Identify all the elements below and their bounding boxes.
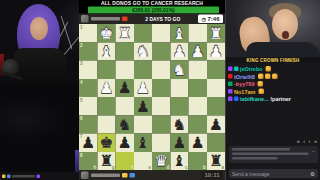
pinned-text-blur <box>232 153 308 156</box>
square-e6[interactable] <box>134 115 152 133</box>
black-pawn-c7: ♟ <box>170 134 188 152</box>
left-desk-panel <box>0 83 79 172</box>
clock-icon: ◷ <box>202 16 206 22</box>
chat-username[interactable]: tabifkane... <box>240 96 269 102</box>
square-b4[interactable] <box>189 79 207 97</box>
square-a6[interactable]: ♟ <box>207 115 225 133</box>
square-h5[interactable]: 5 <box>79 97 97 115</box>
chat-emote-icon <box>258 89 264 95</box>
square-c5[interactable] <box>170 97 188 115</box>
square-d7[interactable] <box>152 134 170 152</box>
chat-badge-icon <box>234 67 239 72</box>
flag-chip <box>122 173 128 178</box>
square-d4[interactable] <box>152 79 170 97</box>
square-g1[interactable]: ♚ <box>97 24 115 42</box>
right-webcam <box>226 0 320 57</box>
file-label: h <box>94 165 97 170</box>
rank-label: 8 <box>80 152 83 157</box>
chat-username[interactable]: -byy789 <box>234 81 254 87</box>
stream-layout: ALL DONOS GO TO CANCER RESEARCH €285.01 … <box>0 0 320 180</box>
black-knight-c6: ♞ <box>170 115 188 133</box>
square-d2[interactable] <box>152 42 170 60</box>
square-g8[interactable]: g♜ <box>97 152 115 170</box>
chat-emote-icon <box>265 74 271 80</box>
square-a7[interactable] <box>207 134 225 152</box>
square-a2[interactable]: ♟ <box>207 42 225 60</box>
chat-badge-icon <box>234 97 239 102</box>
donation-progress-bar: €285.01 (285.01%) <box>88 7 219 14</box>
white-king-g1: ♚ <box>97 24 115 42</box>
square-c7[interactable]: ♟ <box>170 134 188 152</box>
chat-badge-icon <box>228 89 233 94</box>
guest-mouth <box>282 31 289 39</box>
chat-input[interactable]: Send a message ⚙ <box>229 169 318 178</box>
white-pawn-c2: ♟ <box>170 42 188 60</box>
square-b7[interactable]: ♟ <box>189 134 207 152</box>
square-f7[interactable]: ♟ <box>116 134 134 152</box>
black-pawn-e5: ♟ <box>134 97 152 115</box>
black-knight-f6: ♞ <box>116 115 134 133</box>
pinned-text-blur <box>232 148 290 151</box>
chat-username[interactable]: No17am <box>234 88 255 94</box>
square-e3[interactable] <box>134 61 152 79</box>
white-pawn-e4: ♟ <box>134 79 152 97</box>
black-pawn-b7: ♟ <box>189 134 207 152</box>
rank-label: 3 <box>80 61 83 66</box>
square-e2[interactable]: ♞ <box>134 42 152 60</box>
flag-chip <box>130 173 136 178</box>
black-rook-a8: ♜ <box>207 152 225 170</box>
black-pawn-a6: ♟ <box>207 115 225 133</box>
square-e5[interactable]: ♟ <box>134 97 152 115</box>
square-b5[interactable] <box>189 97 207 115</box>
square-a5[interactable] <box>207 97 225 115</box>
square-g5[interactable] <box>97 97 115 115</box>
square-a3[interactable] <box>207 61 225 79</box>
white-clock-time: 7:46 <box>207 15 219 22</box>
expand-chevron-icon[interactable]: ⌄ <box>311 148 315 154</box>
square-g7[interactable]: ♚ <box>97 134 115 152</box>
chat-badge-icon <box>228 97 233 102</box>
rank-label: 5 <box>80 98 83 103</box>
square-b3[interactable] <box>189 61 207 79</box>
white-pawn-b2: ♟ <box>189 42 207 60</box>
chat-emote-icon <box>272 74 278 80</box>
chat-emote-icon <box>258 74 264 80</box>
black-pawn-h7: ♟ <box>79 134 97 152</box>
black-pawn-f7: ♟ <box>116 134 134 152</box>
chat-message: tOrtelli8 <box>228 73 319 81</box>
ticker-text-blur <box>12 175 35 178</box>
webcam-caption: KING CROWN FINNISH <box>226 57 320 63</box>
square-f8[interactable]: f <box>116 152 134 170</box>
square-c1[interactable]: ♝ <box>170 24 188 42</box>
streamer-face <box>30 17 48 40</box>
guest-hoodie <box>246 42 320 57</box>
chat-badge-icon <box>228 82 233 87</box>
square-h8[interactable]: 8h <box>79 152 97 170</box>
black-rook-g8: ♜ <box>97 152 115 170</box>
white-bishop-g2: ♝ <box>97 42 115 60</box>
bottom-player-name-blur <box>91 173 120 177</box>
square-e4[interactable]: ♟ <box>134 79 152 97</box>
square-h4[interactable]: 4 <box>79 79 97 97</box>
bottom-player-avatar[interactable] <box>81 171 89 179</box>
square-h7[interactable]: 7♟ <box>79 134 97 152</box>
file-label: e <box>148 165 151 170</box>
pinned-text-blur <box>232 157 278 160</box>
white-clock: ◷ 7:46 <box>198 15 223 24</box>
bottom-player-bar: 10:11 <box>79 170 225 180</box>
white-rook-a1: ♜ <box>207 24 225 42</box>
chat-text: !partner <box>270 96 291 102</box>
chat-message: No17am <box>228 88 319 96</box>
chat-messages: jxOtrebotOrtelli8-byy789No17amtabifkane.… <box>228 65 319 103</box>
square-g6[interactable] <box>97 115 115 133</box>
chat-message: jxOtrebo <box>228 65 319 73</box>
white-knight-e2: ♞ <box>134 42 152 60</box>
chat-input-placeholder: Send a message <box>232 171 270 177</box>
square-h2[interactable]: 2 <box>79 42 97 60</box>
rank-label: 2 <box>80 43 83 48</box>
chat-username[interactable]: jxOtrebo <box>240 66 263 72</box>
chat-emote-icon <box>266 66 272 72</box>
pinned-message-card[interactable]: ⌄ <box>229 146 318 163</box>
square-c4[interactable] <box>170 79 188 97</box>
file-label: b <box>203 165 206 170</box>
white-pawn-a2: ♟ <box>207 42 225 60</box>
chat-toolbar: « ‹ › » <box>229 137 318 144</box>
square-h6[interactable]: 6 <box>79 115 97 133</box>
square-d6[interactable] <box>152 115 170 133</box>
chat-badge-icon <box>228 74 233 79</box>
square-f3[interactable] <box>116 61 134 79</box>
rank-label: 6 <box>80 116 83 121</box>
white-rook-f1: ♜ <box>116 24 134 42</box>
square-f5[interactable] <box>116 97 134 115</box>
square-f4[interactable]: ♟ <box>116 79 134 97</box>
square-e8[interactable]: e <box>134 152 152 170</box>
square-a4[interactable] <box>207 79 225 97</box>
square-f1[interactable]: ♜ <box>116 24 134 42</box>
square-h3[interactable]: 3 <box>79 61 97 79</box>
top-player-bar: 2 DAYS TO GO ◷ 7:46 <box>79 14 225 25</box>
square-e1[interactable] <box>134 24 152 42</box>
square-f2[interactable] <box>116 42 134 60</box>
gear-icon[interactable]: ⚙ <box>310 170 315 177</box>
chat-message: tabifkane...!partner <box>228 95 319 103</box>
square-d3[interactable] <box>152 61 170 79</box>
square-d1[interactable] <box>152 24 170 42</box>
chat-username[interactable]: tOrtelli8 <box>234 73 255 79</box>
donation-progress-text: €285.01 (285.01%) <box>132 7 175 13</box>
square-b8[interactable]: b <box>189 152 207 170</box>
square-c8[interactable]: c♝ <box>170 152 188 170</box>
white-pawn-g4: ♟ <box>97 79 115 97</box>
chat-emote-icon <box>257 81 263 87</box>
ticker-emote <box>7 174 11 178</box>
white-knight-c3: ♞ <box>170 61 188 79</box>
chess-board[interactable]: 1♚♜♝♜2♝♞♟♟♟3♞4♟♟♟5♟6♞♞♟7♟♚♟♝♟♟8hg♜fed♛c♝… <box>79 24 225 170</box>
black-clock: 10:11 <box>201 171 223 180</box>
rank-label: 4 <box>80 79 83 84</box>
white-queen-d8: ♛ <box>152 152 170 170</box>
top-player-name-blur <box>91 17 120 21</box>
square-c6[interactable]: ♞ <box>170 115 188 133</box>
ticker-emote <box>37 174 41 178</box>
black-bishop-e7: ♝ <box>134 134 152 152</box>
square-b6[interactable] <box>189 115 207 133</box>
ticker-emote <box>2 174 6 178</box>
left-webcam <box>0 0 79 83</box>
bottom-ticker <box>0 172 79 180</box>
square-a8[interactable]: a♜ <box>207 152 225 170</box>
square-e7[interactable]: ♝ <box>134 134 152 152</box>
chat-column: KING CROWN FINNISH jxOtrebotOrtelli8-byy… <box>225 0 320 180</box>
black-king-g7: ♚ <box>97 134 115 152</box>
square-g2[interactable]: ♝ <box>97 42 115 60</box>
black-pawn-f4: ♟ <box>116 79 134 97</box>
square-g4[interactable]: ♟ <box>97 79 115 97</box>
square-f6[interactable]: ♞ <box>116 115 134 133</box>
chat-badge-icon <box>228 67 233 72</box>
white-bishop-c1: ♝ <box>170 24 188 42</box>
top-player-avatar[interactable] <box>81 15 89 23</box>
square-h1[interactable]: 1 <box>79 24 97 42</box>
donation-countdown: 2 DAYS TO GO <box>128 16 199 22</box>
square-b1[interactable] <box>189 24 207 42</box>
square-c3[interactable]: ♞ <box>170 61 188 79</box>
square-d8[interactable]: d♛ <box>152 152 170 170</box>
chat-message: -byy789 <box>228 80 319 88</box>
file-label: f <box>131 165 133 170</box>
square-g3[interactable] <box>97 61 115 79</box>
black-clock-time: 10:11 <box>204 171 219 178</box>
pinned-pager-arrows[interactable]: « ‹ › » <box>297 138 318 144</box>
rank-label: 1 <box>80 25 83 30</box>
black-bishop-c8: ♝ <box>170 152 188 170</box>
square-c2[interactable]: ♟ <box>170 42 188 60</box>
square-a1[interactable]: ♜ <box>207 24 225 42</box>
square-d5[interactable] <box>152 97 170 115</box>
square-b2[interactable]: ♟ <box>189 42 207 60</box>
